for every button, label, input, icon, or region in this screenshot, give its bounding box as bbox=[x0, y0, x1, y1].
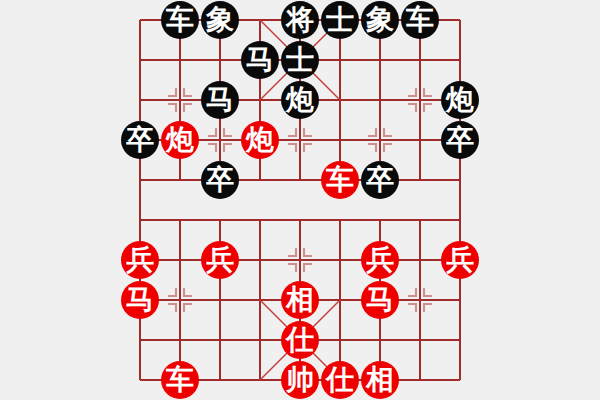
piece-red-general[interactable]: 帅 bbox=[281, 361, 319, 399]
piece-red-soldier[interactable]: 兵 bbox=[361, 241, 399, 279]
piece-black-horse[interactable]: 马 bbox=[201, 81, 239, 119]
piece-black-elephant[interactable]: 象 bbox=[361, 1, 399, 39]
piece-black-soldier[interactable]: 卒 bbox=[361, 161, 399, 199]
piece-black-soldier[interactable]: 卒 bbox=[121, 121, 159, 159]
piece-red-elephant[interactable]: 相 bbox=[361, 361, 399, 399]
piece-red-soldier[interactable]: 兵 bbox=[441, 241, 479, 279]
piece-red-horse[interactable]: 马 bbox=[121, 281, 159, 319]
piece-black-soldier[interactable]: 卒 bbox=[441, 121, 479, 159]
piece-black-advisor[interactable]: 士 bbox=[281, 41, 319, 79]
piece-black-cannon[interactable]: 炮 bbox=[281, 81, 319, 119]
piece-black-cannon[interactable]: 炮 bbox=[441, 81, 479, 119]
piece-red-chariot[interactable]: 车 bbox=[161, 361, 199, 399]
piece-black-chariot[interactable]: 车 bbox=[401, 1, 439, 39]
piece-red-soldier[interactable]: 兵 bbox=[121, 241, 159, 279]
piece-black-soldier[interactable]: 卒 bbox=[201, 161, 239, 199]
xiangqi-board: 车象将士象车马士马炮炮卒炮炮卒卒车卒兵兵兵兵马相马仕车帅仕相 bbox=[0, 0, 600, 400]
piece-red-soldier[interactable]: 兵 bbox=[201, 241, 239, 279]
pieces-layer: 车象将士象车马士马炮炮卒炮炮卒卒车卒兵兵兵兵马相马仕车帅仕相 bbox=[120, 0, 480, 400]
piece-black-general[interactable]: 将 bbox=[281, 1, 319, 39]
piece-black-chariot[interactable]: 车 bbox=[161, 1, 199, 39]
piece-red-cannon[interactable]: 炮 bbox=[161, 121, 199, 159]
piece-red-advisor[interactable]: 仕 bbox=[321, 361, 359, 399]
piece-red-elephant[interactable]: 相 bbox=[281, 281, 319, 319]
piece-black-horse[interactable]: 马 bbox=[241, 41, 279, 79]
piece-red-advisor[interactable]: 仕 bbox=[281, 321, 319, 359]
piece-black-advisor[interactable]: 士 bbox=[321, 1, 359, 39]
piece-red-cannon[interactable]: 炮 bbox=[241, 121, 279, 159]
piece-red-chariot[interactable]: 车 bbox=[321, 161, 359, 199]
piece-red-horse[interactable]: 马 bbox=[361, 281, 399, 319]
piece-black-elephant[interactable]: 象 bbox=[201, 1, 239, 39]
